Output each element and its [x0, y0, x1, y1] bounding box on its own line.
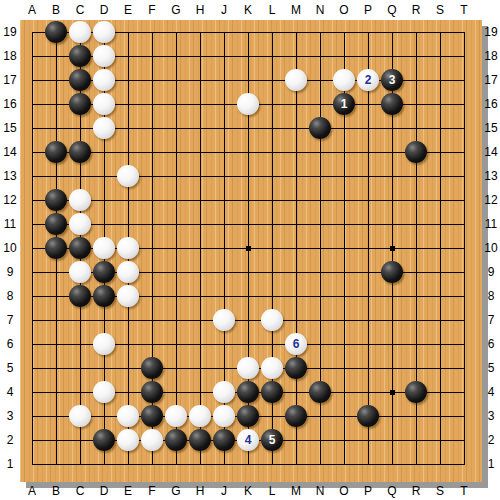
row-label-left: 11	[4, 217, 16, 231]
star-point	[246, 246, 251, 251]
stone-white-L5	[261, 357, 283, 379]
column-label-bottom: K	[244, 484, 252, 498]
stone-black-B12	[45, 189, 67, 211]
column-label-top: N	[316, 3, 325, 17]
row-label-left: 16	[3, 97, 16, 111]
row-label-right: 4	[488, 385, 495, 399]
stone-white-D16	[93, 93, 115, 115]
stone-black-D2	[93, 429, 115, 451]
row-label-right: 18	[484, 49, 497, 63]
row-label-left: 15	[3, 121, 16, 135]
column-label-top: A	[28, 3, 36, 17]
row-label-left: 18	[3, 49, 16, 63]
row-label-left: 5	[7, 361, 14, 375]
star-point	[390, 390, 395, 395]
stone-black-D9	[93, 261, 115, 283]
row-label-left: 10	[3, 241, 16, 255]
stone-white-E3	[117, 405, 139, 427]
stone-white-E13	[117, 165, 139, 187]
column-label-bottom: R	[412, 484, 421, 498]
stone-black-J2	[213, 429, 235, 451]
column-label-top: L	[269, 3, 276, 17]
stone-white-D18	[93, 45, 115, 67]
column-label-top: Q	[387, 3, 396, 17]
column-label-top: T	[460, 3, 467, 17]
column-label-top: S	[436, 3, 444, 17]
column-label-bottom: M	[291, 484, 301, 498]
stone-white-G3	[165, 405, 187, 427]
stone-black-G2	[165, 429, 187, 451]
stone-black-F5	[141, 357, 163, 379]
stone-white-C19	[69, 21, 91, 43]
stone-white-E9	[117, 261, 139, 283]
column-label-bottom: F	[148, 484, 155, 498]
column-label-top: D	[100, 3, 109, 17]
go-app-window: 315264 AABBCCDDEEFFGGHHJJKKLLMMNNOOPPQQR…	[0, 0, 500, 500]
stone-white-M17	[285, 69, 307, 91]
row-label-right: 19	[484, 25, 497, 39]
stone-black-L2: 5	[261, 429, 283, 451]
row-label-right: 11	[485, 217, 497, 231]
column-label-top: H	[196, 3, 205, 17]
column-label-bottom: B	[52, 484, 60, 498]
grid-line-vertical	[464, 32, 465, 465]
stone-white-D19	[93, 21, 115, 43]
stone-white-M6: 6	[285, 333, 307, 355]
stone-white-K2: 4	[237, 429, 259, 451]
row-label-right: 14	[484, 145, 497, 159]
column-label-top: G	[171, 3, 180, 17]
stone-white-C12	[69, 189, 91, 211]
column-label-top: K	[244, 3, 252, 17]
column-label-top: F	[148, 3, 155, 17]
row-label-right: 16	[484, 97, 497, 111]
stone-black-O16: 1	[333, 93, 355, 115]
stone-black-B19	[45, 21, 67, 43]
row-label-right: 17	[484, 73, 497, 87]
stone-white-D10	[93, 237, 115, 259]
stone-black-B10	[45, 237, 67, 259]
stone-white-K16	[237, 93, 259, 115]
stone-black-C8	[69, 285, 91, 307]
column-label-bottom: D	[100, 484, 109, 498]
grid-line-vertical	[440, 32, 441, 465]
row-label-right: 5	[488, 361, 495, 375]
column-label-top: P	[364, 3, 372, 17]
stone-black-C18	[69, 45, 91, 67]
row-label-left: 13	[3, 169, 16, 183]
row-label-right: 10	[484, 241, 497, 255]
stone-white-E10	[117, 237, 139, 259]
row-label-left: 19	[3, 25, 16, 39]
stone-black-Q17: 3	[381, 69, 403, 91]
column-label-bottom: N	[316, 484, 325, 498]
grid-line-vertical	[368, 32, 369, 465]
row-label-left: 3	[7, 409, 14, 423]
column-label-top: E	[124, 3, 132, 17]
stone-white-J4	[213, 381, 235, 403]
stone-black-M5	[285, 357, 307, 379]
row-label-left: 12	[3, 193, 16, 207]
stone-white-E2	[117, 429, 139, 451]
column-label-bottom: L	[269, 484, 276, 498]
stone-black-Q16	[381, 93, 403, 115]
row-label-right: 1	[488, 457, 495, 471]
row-label-right: 8	[488, 289, 495, 303]
column-label-bottom: E	[124, 484, 132, 498]
stone-white-E8	[117, 285, 139, 307]
column-label-top: M	[291, 3, 301, 17]
column-label-bottom: G	[171, 484, 180, 498]
column-label-top: J	[221, 3, 227, 17]
row-label-right: 6	[488, 337, 495, 351]
stone-white-J7	[213, 309, 235, 331]
star-point	[390, 246, 395, 251]
row-label-right: 12	[484, 193, 497, 207]
stone-white-D15	[93, 117, 115, 139]
column-label-top: B	[52, 3, 60, 17]
row-label-right: 3	[488, 409, 495, 423]
column-label-bottom: P	[364, 484, 372, 498]
stone-black-P3	[357, 405, 379, 427]
column-label-bottom: O	[339, 484, 348, 498]
stone-white-J3	[213, 405, 235, 427]
stone-white-D4	[93, 381, 115, 403]
stone-white-D17	[93, 69, 115, 91]
column-label-bottom: A	[28, 484, 36, 498]
grid-line-horizontal	[32, 464, 465, 465]
grid-line-horizontal	[32, 320, 465, 321]
row-label-left: 17	[3, 73, 16, 87]
column-label-bottom: S	[436, 484, 444, 498]
stone-black-D8	[93, 285, 115, 307]
stone-white-C11	[69, 213, 91, 235]
grid-line-vertical	[296, 32, 297, 465]
stone-black-M3	[285, 405, 307, 427]
stone-black-R4	[405, 381, 427, 403]
stone-white-O17	[333, 69, 355, 91]
row-label-right: 15	[484, 121, 497, 135]
stone-white-C3	[69, 405, 91, 427]
row-label-left: 7	[7, 313, 14, 327]
column-label-top: C	[76, 3, 85, 17]
stone-black-H2	[189, 429, 211, 451]
row-label-right: 7	[488, 313, 495, 327]
stone-black-N15	[309, 117, 331, 139]
row-label-right: 2	[488, 433, 495, 447]
stone-white-K5	[237, 357, 259, 379]
row-label-right: 13	[484, 169, 497, 183]
column-label-bottom: T	[460, 484, 467, 498]
row-label-right: 9	[488, 265, 495, 279]
stone-black-R14	[405, 141, 427, 163]
column-label-bottom: Q	[387, 484, 396, 498]
stone-white-H3	[189, 405, 211, 427]
stone-black-L4	[261, 381, 283, 403]
row-label-left: 14	[3, 145, 16, 159]
stone-black-Q9	[381, 261, 403, 283]
column-label-top: O	[339, 3, 348, 17]
stone-black-C16	[69, 93, 91, 115]
stone-black-F3	[141, 405, 163, 427]
column-label-bottom: J	[221, 484, 227, 498]
row-label-left: 6	[7, 337, 14, 351]
row-label-left: 4	[7, 385, 14, 399]
stone-black-B11	[45, 213, 67, 235]
stone-white-C9	[69, 261, 91, 283]
stone-black-C17	[69, 69, 91, 91]
row-label-left: 2	[7, 433, 14, 447]
row-label-left: 8	[7, 289, 14, 303]
stone-black-C14	[69, 141, 91, 163]
stone-black-C10	[69, 237, 91, 259]
column-label-top: R	[412, 3, 421, 17]
stone-black-F4	[141, 381, 163, 403]
row-label-left: 1	[7, 457, 14, 471]
stone-black-K4	[237, 381, 259, 403]
column-label-bottom: C	[76, 484, 85, 498]
stone-black-K3	[237, 405, 259, 427]
row-label-left: 9	[7, 265, 14, 279]
column-label-bottom: H	[196, 484, 205, 498]
stone-white-P17: 2	[357, 69, 379, 91]
stone-white-D6	[93, 333, 115, 355]
stone-white-F2	[141, 429, 163, 451]
stone-white-L7	[261, 309, 283, 331]
go-board[interactable]: 315264	[20, 20, 482, 482]
stone-black-B14	[45, 141, 67, 163]
stone-black-N4	[309, 381, 331, 403]
